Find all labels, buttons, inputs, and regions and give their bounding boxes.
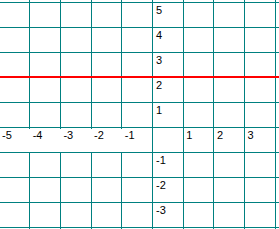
y-tick-label: -3 xyxy=(156,205,166,216)
x-tick-label: -3 xyxy=(63,130,73,141)
grid-line-vertical xyxy=(91,0,92,229)
x-tick-label: -2 xyxy=(94,130,104,141)
grid-line-vertical xyxy=(213,0,214,229)
x-tick-label: 3 xyxy=(248,130,254,141)
x-tick-label: 2 xyxy=(217,130,223,141)
grid-line-horizontal xyxy=(0,202,279,203)
y-tick-label: 3 xyxy=(156,55,162,66)
x-tick-label: -5 xyxy=(2,130,12,141)
y-tick-label: 1 xyxy=(156,105,162,116)
y-tick-label: 2 xyxy=(156,80,162,91)
y-tick-label: -1 xyxy=(156,155,166,166)
grid-line-horizontal xyxy=(0,102,279,103)
x-tick-label: 1 xyxy=(186,130,192,141)
x-tick-label: -4 xyxy=(33,130,43,141)
plotted-line-y-equals-2 xyxy=(0,76,279,78)
grid-line-vertical xyxy=(121,0,122,229)
grid-line-horizontal xyxy=(0,152,279,153)
x-axis-line xyxy=(0,127,279,128)
grid-line-horizontal xyxy=(0,2,279,3)
coordinate-grid: -5-4-3-2-112354321-1-2-3 xyxy=(0,0,279,229)
x-tick-label: -1 xyxy=(125,130,135,141)
grid-line-horizontal xyxy=(0,52,279,53)
grid-line-horizontal xyxy=(0,27,279,28)
grid-line-horizontal xyxy=(0,227,279,228)
grid-line-vertical xyxy=(183,0,184,229)
y-axis-line xyxy=(152,0,153,229)
grid-line-vertical xyxy=(60,0,61,229)
grid-line-vertical xyxy=(29,0,30,229)
y-tick-label: -2 xyxy=(156,180,166,191)
grid-line-horizontal xyxy=(0,177,279,178)
y-tick-label: 4 xyxy=(156,30,162,41)
y-tick-label: 5 xyxy=(156,5,162,16)
grid-line-vertical xyxy=(275,0,276,229)
grid-line-vertical xyxy=(244,0,245,229)
